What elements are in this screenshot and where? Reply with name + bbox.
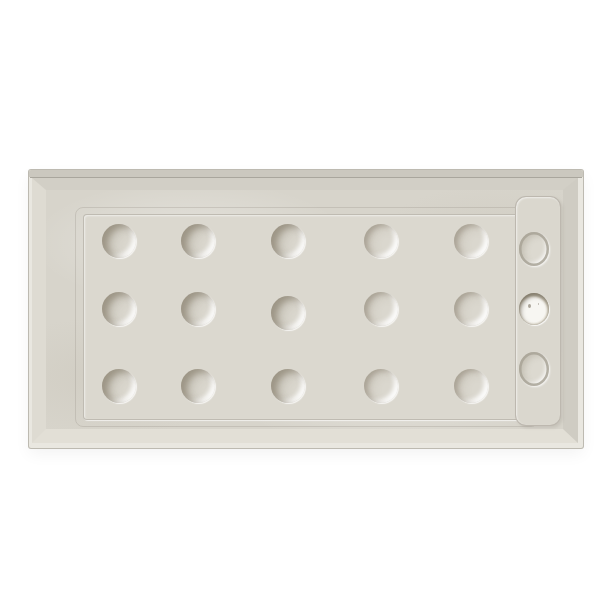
pit-r2c3[interactable] — [271, 296, 305, 330]
pit-r3c5[interactable] — [454, 369, 488, 403]
pit-cell-r1c3 — [237, 214, 339, 268]
pit-cell-r2c3 — [237, 268, 339, 350]
pit-cell-r1c6 — [519, 214, 549, 268]
photo-canvas — [0, 0, 600, 600]
pit-r2c4[interactable] — [364, 292, 398, 326]
pit-cell-r3c4 — [339, 350, 423, 422]
pit-cell-r2c4 — [339, 268, 423, 350]
pit-cell-r1c4 — [339, 214, 423, 268]
pit-grid — [79, 214, 549, 422]
pit-cell-r3c1 — [79, 350, 159, 422]
pit-cell-r3c6 — [519, 350, 549, 422]
pit-r3c1[interactable] — [102, 369, 136, 403]
pit-cell-r2c5 — [423, 268, 519, 350]
pit-cell-r3c2 — [159, 350, 237, 422]
pit-r3c3[interactable] — [271, 369, 305, 403]
pit-r2c5[interactable] — [454, 292, 488, 326]
pit-r1c6[interactable] — [519, 232, 549, 266]
pit-r2c2[interactable] — [181, 292, 215, 326]
pit-r1c2[interactable] — [181, 224, 215, 258]
pit-r1c3[interactable] — [271, 224, 305, 258]
pit-cell-r2c2 — [159, 268, 237, 350]
pit-cell-r2c1 — [79, 268, 159, 350]
pit-cell-r1c1 — [79, 214, 159, 268]
pit-r3c2[interactable] — [181, 369, 215, 403]
pit-r1c1[interactable] — [102, 224, 136, 258]
pit-cell-r1c5 — [423, 214, 519, 268]
pit-r1c4[interactable] — [364, 224, 398, 258]
pit-cell-r3c3 — [237, 350, 339, 422]
pit-r3c6[interactable] — [519, 352, 549, 386]
pit-r2c6[interactable] — [519, 293, 549, 325]
pit-cell-r2c6 — [519, 268, 549, 350]
pit-r3c4[interactable] — [364, 369, 398, 403]
pit-r1c5[interactable] — [454, 224, 488, 258]
pit-cell-r1c2 — [159, 214, 237, 268]
pit-cell-r3c5 — [423, 350, 519, 422]
pit-r2c1[interactable] — [102, 292, 136, 326]
